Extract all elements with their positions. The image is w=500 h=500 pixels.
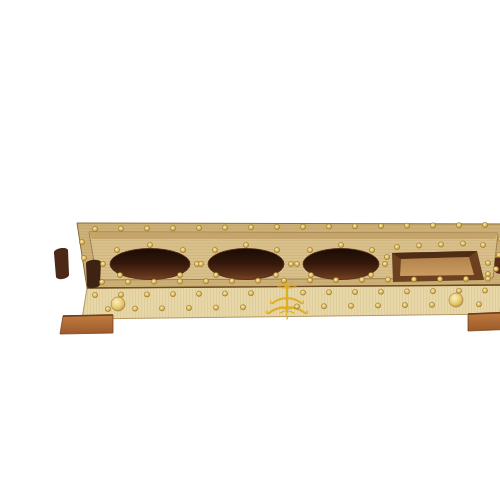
brass-stud [81,255,86,260]
tray [54,222,500,334]
brass-stud [186,305,191,310]
brass-stud [100,261,105,266]
brass-stud [456,223,461,228]
brass-stud [212,247,217,252]
brass-stud [248,291,253,296]
brass-stud [117,272,122,277]
brass-stud [125,279,130,284]
brass-stud [429,302,434,307]
brass-stud [482,288,487,293]
product-photo-wooden-game-tray: Empty rectangular light-wood game piece … [40,16,500,500]
brass-stud [375,303,380,308]
brass-stud [394,244,399,249]
leather-handle-left-outer [54,248,69,279]
brass-stud [294,261,299,266]
brass-stud [144,292,149,297]
brass-stud [144,226,149,231]
brass-stud [274,224,279,229]
foot-right [468,312,500,331]
square-well-floor [400,257,474,276]
brass-stud [382,261,387,266]
brass-stud [385,277,390,282]
brass-stud [348,303,353,308]
brass-stud [402,303,407,308]
brass-stud [92,292,97,297]
brass-stud [496,252,500,257]
brass-stud [326,224,331,229]
brass-stud [368,272,373,277]
brass-stud [151,279,156,284]
brass-stud [294,304,299,309]
brass-stud [333,277,338,282]
tray-front-face-grain [82,285,500,319]
brass-stud [476,302,481,307]
tray-photo [40,16,500,500]
brass-stud [463,276,468,281]
brass-stud [248,225,253,230]
brass-stud [308,272,313,277]
brass-stud [198,261,203,266]
brass-stud [460,241,465,246]
brass-stud [482,222,487,227]
brass-stud [273,272,278,277]
brass-stud [79,239,84,244]
brass-stud [105,306,110,311]
brass-stud [352,224,357,229]
brass-stud [159,306,164,311]
brass-stud [114,247,119,252]
brass-stud [430,289,435,294]
round-well-2 [208,249,284,280]
brass-stud [170,226,175,231]
brass-stud [359,277,364,282]
brass-stud [326,290,331,295]
brass-stud [485,260,490,265]
brass-stud [416,243,421,248]
brass-stud [321,304,326,309]
round-well-3 [303,249,379,280]
brass-stud [147,242,152,247]
brass-stud [307,278,312,283]
brass-stud [274,247,279,252]
tray-back-inner-wall [89,232,498,239]
brass-stud [404,289,409,294]
brass-stud [132,306,137,311]
brass-stud [255,278,260,283]
brass-stud [378,223,383,228]
brass-stud [243,242,248,247]
brass-stud [180,247,185,252]
brass-stud [177,272,182,277]
brass-dome-stud [111,297,125,311]
leather-handle-left-inner [86,260,101,288]
brass-stud [196,225,201,230]
brass-stud [307,247,312,252]
foot-left [60,315,113,334]
brass-stud [118,226,123,231]
brass-stud [288,261,293,266]
brass-stud [118,292,123,297]
brass-stud [369,247,374,252]
brass-stud [213,305,218,310]
brass-stud [99,279,104,284]
brass-stud [480,242,485,247]
brass-stud [456,288,461,293]
brass-dome-stud [449,293,463,307]
brass-stud [92,226,97,231]
brass-stud [404,223,409,228]
brass-stud [177,279,182,284]
brass-stud [485,271,490,276]
brass-stud [493,266,498,271]
brass-stud [437,277,442,282]
brass-stud [300,290,305,295]
brass-stud [430,223,435,228]
brass-stud [384,254,389,259]
brass-stud [229,278,234,283]
brass-stud [338,242,343,247]
brass-stud [213,272,218,277]
brass-stud [300,224,305,229]
brass-stud [170,292,175,297]
brass-stud [240,305,245,310]
brass-stud [281,278,286,283]
brass-stud [222,291,227,296]
brass-stud [352,289,357,294]
brass-stud [378,289,383,294]
brass-stud [222,225,227,230]
brass-stud [438,242,443,247]
brass-stud [411,277,416,282]
brass-stud [196,291,201,296]
foot-left-top-edge [63,315,113,316]
brass-stud [203,279,208,284]
brass-stud [485,276,490,281]
